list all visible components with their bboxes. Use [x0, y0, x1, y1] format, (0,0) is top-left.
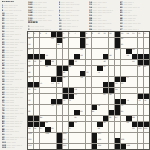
grid-cell[interactable]: 25 — [86, 43, 91, 48]
grid-cell[interactable] — [144, 144, 149, 149]
grid-cell[interactable]: 27 — [28, 49, 33, 54]
grid-cell[interactable] — [34, 133, 39, 138]
grid-cell[interactable] — [97, 38, 102, 43]
grid-cell[interactable] — [80, 66, 85, 71]
grid-cell[interactable] — [80, 60, 85, 65]
grid-cell[interactable] — [138, 82, 143, 87]
grid-cell[interactable] — [103, 138, 108, 143]
grid-cell[interactable]: 29 — [115, 49, 120, 54]
grid-cell[interactable] — [121, 54, 126, 59]
grid-cell[interactable] — [109, 99, 114, 104]
grid-cell[interactable]: 44 — [69, 66, 74, 71]
grid-cell[interactable] — [57, 88, 62, 93]
grid-cell[interactable] — [109, 138, 114, 143]
grid-cell[interactable] — [115, 127, 120, 132]
grid-cell[interactable] — [57, 116, 62, 121]
grid-cell[interactable] — [109, 122, 114, 127]
grid-cell[interactable] — [103, 38, 108, 43]
grid-cell[interactable] — [97, 110, 102, 115]
grid-cell[interactable] — [34, 144, 39, 149]
grid-cell[interactable] — [74, 127, 79, 132]
grid-cell[interactable] — [40, 105, 45, 110]
grid-cell[interactable] — [138, 38, 143, 43]
grid-cell[interactable] — [40, 144, 45, 149]
grid-cell[interactable] — [92, 88, 97, 93]
grid-cell[interactable] — [80, 133, 85, 138]
grid-cell[interactable]: 41 — [132, 60, 137, 65]
grid-cell[interactable] — [40, 88, 45, 93]
grid-cell[interactable]: 72 — [126, 99, 131, 104]
grid-cell[interactable] — [34, 38, 39, 43]
grid-cell[interactable]: 62 — [34, 88, 39, 93]
grid-cell[interactable] — [74, 144, 79, 149]
grid-cell[interactable]: 68 — [109, 94, 114, 99]
grid-cell[interactable] — [57, 60, 62, 65]
grid-cell[interactable] — [51, 49, 56, 54]
grid-cell[interactable] — [138, 105, 143, 110]
grid-cell[interactable] — [126, 82, 131, 87]
grid-cell[interactable]: 94 — [34, 127, 39, 132]
grid-cell[interactable] — [103, 99, 108, 104]
grid-cell[interactable] — [69, 133, 74, 138]
grid-cell[interactable]: 74 — [144, 99, 149, 104]
grid-cell[interactable] — [109, 43, 114, 48]
grid-cell[interactable] — [144, 133, 149, 138]
grid-cell[interactable] — [144, 77, 149, 82]
grid-cell[interactable] — [57, 49, 62, 54]
grid-cell[interactable] — [86, 105, 91, 110]
grid-cell[interactable] — [51, 66, 56, 71]
grid-cell[interactable] — [144, 49, 149, 54]
grid-cell[interactable] — [92, 49, 97, 54]
grid-cell[interactable] — [92, 99, 97, 104]
grid-cell[interactable]: 51 — [97, 71, 102, 76]
grid-cell[interactable]: 81 — [80, 110, 85, 115]
grid-cell[interactable]: 58 — [57, 82, 62, 87]
grid-cell[interactable]: 70 — [63, 99, 68, 104]
grid-cell[interactable] — [63, 54, 68, 59]
grid-cell[interactable]: 38 — [51, 60, 56, 65]
grid-cell[interactable]: 20 — [63, 38, 68, 43]
grid-cell[interactable]: 9 — [92, 32, 97, 37]
grid-cell[interactable] — [92, 82, 97, 87]
grid-cell[interactable] — [121, 66, 126, 71]
grid-cell[interactable]: 111 — [63, 144, 68, 149]
grid-cell[interactable] — [57, 110, 62, 115]
grid-cell[interactable] — [115, 133, 120, 138]
grid-cell[interactable] — [86, 54, 91, 59]
grid-cell[interactable]: 73 — [138, 99, 143, 104]
grid-cell[interactable] — [97, 82, 102, 87]
grid-cell[interactable]: 47 — [144, 66, 149, 71]
grid-cell[interactable]: 95 — [40, 127, 45, 132]
grid-cell[interactable] — [57, 54, 62, 59]
grid-cell[interactable] — [74, 105, 79, 110]
grid-cell[interactable]: 96 — [51, 127, 56, 132]
grid-cell[interactable] — [80, 127, 85, 132]
grid-cell[interactable]: 87 — [115, 116, 120, 121]
grid-cell[interactable] — [86, 116, 91, 121]
grid-cell[interactable] — [138, 88, 143, 93]
grid-cell[interactable] — [86, 94, 91, 99]
grid-cell[interactable] — [109, 133, 114, 138]
grid-cell[interactable]: 113 — [126, 144, 131, 149]
grid-cell[interactable] — [63, 49, 68, 54]
grid-cell[interactable] — [92, 127, 97, 132]
grid-cell[interactable] — [51, 144, 56, 149]
grid-cell[interactable] — [109, 105, 114, 110]
grid-cell[interactable] — [121, 122, 126, 127]
grid-cell[interactable] — [103, 71, 108, 76]
grid-cell[interactable] — [109, 127, 114, 132]
grid-cell[interactable] — [45, 105, 50, 110]
grid-cell[interactable] — [63, 122, 68, 127]
grid-cell[interactable] — [132, 71, 137, 76]
grid-cell[interactable] — [74, 38, 79, 43]
grid-cell[interactable]: 45 — [103, 66, 108, 71]
grid-cell[interactable] — [69, 54, 74, 59]
grid-cell[interactable] — [45, 77, 50, 82]
grid-cell[interactable] — [40, 38, 45, 43]
grid-cell[interactable] — [121, 60, 126, 65]
grid-cell[interactable] — [86, 144, 91, 149]
grid-cell[interactable] — [34, 138, 39, 143]
grid-cell[interactable] — [144, 71, 149, 76]
grid-cell[interactable] — [80, 122, 85, 127]
grid-cell[interactable] — [40, 138, 45, 143]
grid-cell[interactable] — [40, 49, 45, 54]
grid-cell[interactable]: 88 — [132, 116, 137, 121]
grid-cell[interactable] — [144, 116, 149, 121]
grid-cell[interactable]: 54 — [80, 77, 85, 82]
grid-cell[interactable] — [45, 38, 50, 43]
grid-cell[interactable]: 86 — [109, 116, 114, 121]
grid-cell[interactable]: 14 — [126, 32, 131, 37]
grid-cell[interactable]: 37 — [40, 60, 45, 65]
grid-cell[interactable] — [34, 105, 39, 110]
grid-cell[interactable] — [115, 122, 120, 127]
grid-cell[interactable] — [92, 116, 97, 121]
grid-cell[interactable] — [34, 99, 39, 104]
grid-cell[interactable]: 89 — [45, 122, 50, 127]
grid-cell[interactable]: 24 — [57, 43, 62, 48]
grid-cell[interactable] — [69, 138, 74, 143]
grid-cell[interactable] — [34, 66, 39, 71]
grid-cell[interactable]: 11 — [103, 32, 108, 37]
grid-cell[interactable] — [34, 77, 39, 82]
grid-cell[interactable] — [45, 88, 50, 93]
grid-cell[interactable] — [144, 82, 149, 87]
grid-cell[interactable]: 16 — [138, 32, 143, 37]
grid-cell[interactable] — [97, 116, 102, 121]
grid-cell[interactable] — [74, 138, 79, 143]
grid-cell[interactable] — [144, 110, 149, 115]
grid-cell[interactable] — [86, 49, 91, 54]
grid-cell[interactable]: 71 — [69, 99, 74, 104]
grid-cell[interactable]: 33 — [109, 54, 114, 59]
grid-cell[interactable]: 34 — [126, 54, 131, 59]
grid-cell[interactable] — [97, 60, 102, 65]
grid-cell[interactable] — [138, 71, 143, 76]
grid-cell[interactable] — [97, 88, 102, 93]
grid-cell[interactable] — [109, 38, 114, 43]
grid-cell[interactable] — [63, 60, 68, 65]
grid-cell[interactable] — [51, 133, 56, 138]
grid-cell[interactable] — [121, 94, 126, 99]
grid-cell[interactable] — [69, 105, 74, 110]
grid-cell[interactable] — [45, 99, 50, 104]
grid-cell[interactable] — [109, 66, 114, 71]
grid-cell[interactable] — [45, 43, 50, 48]
grid-cell[interactable]: 4 — [45, 32, 50, 37]
grid-cell[interactable]: 6 — [69, 32, 74, 37]
grid-cell[interactable] — [51, 71, 56, 76]
grid-cell[interactable] — [92, 54, 97, 59]
grid-cell[interactable] — [74, 49, 79, 54]
grid-cell[interactable]: 19 — [51, 38, 56, 43]
grid-cell[interactable] — [80, 144, 85, 149]
grid-cell[interactable] — [132, 66, 137, 71]
grid-cell[interactable] — [138, 133, 143, 138]
grid-cell[interactable] — [45, 94, 50, 99]
grid-cell[interactable]: 50 — [86, 71, 91, 76]
grid-cell[interactable] — [132, 99, 137, 104]
grid-cell[interactable]: 55 — [126, 77, 131, 82]
grid-cell[interactable] — [63, 110, 68, 115]
grid-cell[interactable] — [69, 49, 74, 54]
grid-cell[interactable] — [132, 88, 137, 93]
grid-cell[interactable]: 92 — [126, 122, 131, 127]
grid-cell[interactable] — [34, 71, 39, 76]
grid-cell[interactable] — [92, 122, 97, 127]
grid-cell[interactable] — [115, 94, 120, 99]
grid-cell[interactable]: 83 — [121, 110, 126, 115]
grid-cell[interactable] — [115, 66, 120, 71]
grid-cell[interactable]: 67 — [103, 94, 108, 99]
grid-cell[interactable] — [69, 144, 74, 149]
grid-cell[interactable] — [138, 43, 143, 48]
grid-cell[interactable]: 91 — [103, 122, 108, 127]
grid-cell[interactable]: 31 — [45, 54, 50, 59]
grid-cell[interactable] — [34, 94, 39, 99]
grid-cell[interactable] — [80, 99, 85, 104]
grid-cell[interactable] — [121, 88, 126, 93]
grid-cell[interactable] — [132, 82, 137, 87]
grid-cell[interactable] — [86, 60, 91, 65]
grid-cell[interactable] — [97, 49, 102, 54]
grid-cell[interactable] — [126, 60, 131, 65]
grid-cell[interactable] — [69, 77, 74, 82]
grid-cell[interactable] — [138, 110, 143, 115]
grid-cell[interactable] — [92, 77, 97, 82]
grid-cell[interactable] — [74, 66, 79, 71]
grid-cell[interactable] — [126, 110, 131, 115]
grid-cell[interactable] — [138, 116, 143, 121]
grid-cell[interactable] — [86, 99, 91, 104]
grid-cell[interactable]: 82 — [92, 110, 97, 115]
grid-cell[interactable] — [74, 43, 79, 48]
grid-cell[interactable] — [115, 54, 120, 59]
grid-cell[interactable]: 64 — [115, 88, 120, 93]
grid-cell[interactable]: 101 — [144, 127, 149, 132]
grid-cell[interactable] — [144, 88, 149, 93]
grid-cell[interactable]: 78 — [97, 105, 102, 110]
grid-cell[interactable]: 56 — [40, 82, 45, 87]
grid-cell[interactable]: 80 — [28, 110, 33, 115]
grid-cell[interactable] — [69, 116, 74, 121]
grid-cell[interactable] — [132, 94, 137, 99]
grid-cell[interactable] — [109, 71, 114, 76]
grid-cell[interactable] — [74, 71, 79, 76]
grid-cell[interactable] — [86, 138, 91, 143]
grid-cell[interactable] — [80, 82, 85, 87]
grid-cell[interactable] — [74, 133, 79, 138]
grid-cell[interactable]: 30 — [132, 49, 137, 54]
grid-cell[interactable] — [97, 77, 102, 82]
grid-cell[interactable] — [45, 144, 50, 149]
grid-cell[interactable]: 36 — [34, 60, 39, 65]
grid-cell[interactable] — [86, 122, 91, 127]
grid-cell[interactable] — [103, 105, 108, 110]
grid-cell[interactable] — [86, 77, 91, 82]
grid-cell[interactable]: 57 — [51, 82, 56, 87]
grid-cell[interactable] — [132, 105, 137, 110]
grid-cell[interactable] — [103, 133, 108, 138]
grid-cell[interactable]: 46 — [138, 66, 143, 71]
grid-cell[interactable] — [109, 144, 114, 149]
grid-cell[interactable]: 17 — [144, 32, 149, 37]
grid-cell[interactable] — [92, 38, 97, 43]
grid-cell[interactable] — [121, 127, 126, 132]
grid-cell[interactable] — [144, 105, 149, 110]
grid-cell[interactable] — [74, 99, 79, 104]
grid-cell[interactable]: 110 — [28, 144, 33, 149]
grid-cell[interactable] — [92, 66, 97, 71]
grid-cell[interactable] — [115, 60, 120, 65]
grid-cell[interactable] — [57, 127, 62, 132]
grid-cell[interactable] — [40, 133, 45, 138]
grid-cell[interactable] — [103, 77, 108, 82]
grid-cell[interactable] — [80, 138, 85, 143]
grid-cell[interactable]: 32 — [80, 54, 85, 59]
grid-cell[interactable] — [121, 49, 126, 54]
grid-cell[interactable] — [45, 82, 50, 87]
grid-cell[interactable] — [132, 38, 137, 43]
grid-cell[interactable] — [40, 43, 45, 48]
grid-cell[interactable] — [51, 138, 56, 143]
grid-cell[interactable] — [40, 99, 45, 104]
grid-cell[interactable] — [103, 43, 108, 48]
grid-cell[interactable] — [63, 105, 68, 110]
grid-cell[interactable]: 90 — [74, 122, 79, 127]
grid-cell[interactable]: 84 — [40, 116, 45, 121]
grid-cell[interactable] — [86, 127, 91, 132]
grid-cell[interactable] — [34, 43, 39, 48]
grid-cell[interactable] — [51, 43, 56, 48]
grid-cell[interactable] — [40, 71, 45, 76]
grid-cell[interactable] — [109, 60, 114, 65]
grid-cell[interactable]: 52 — [28, 77, 33, 82]
grid-cell[interactable] — [97, 43, 102, 48]
grid-cell[interactable]: 2 — [34, 32, 39, 37]
grid-cell[interactable] — [97, 94, 102, 99]
grid-cell[interactable] — [103, 127, 108, 132]
grid-cell[interactable] — [57, 94, 62, 99]
grid-cell[interactable]: 15 — [132, 32, 137, 37]
grid-cell[interactable] — [86, 82, 91, 87]
grid-cell[interactable] — [80, 88, 85, 93]
grid-cell[interactable] — [132, 77, 137, 82]
grid-cell[interactable] — [103, 49, 108, 54]
grid-cell[interactable]: 10 — [97, 32, 102, 37]
grid-cell[interactable] — [97, 54, 102, 59]
grid-cell[interactable] — [103, 110, 108, 115]
grid-cell[interactable]: 7 — [74, 32, 79, 37]
grid-cell[interactable] — [34, 110, 39, 115]
grid-cell[interactable] — [103, 144, 108, 149]
grid-cell[interactable] — [132, 133, 137, 138]
grid-cell[interactable] — [51, 94, 56, 99]
grid-cell[interactable]: 66 — [74, 94, 79, 99]
grid-cell[interactable] — [126, 43, 131, 48]
grid-cell[interactable] — [45, 138, 50, 143]
grid-cell[interactable] — [40, 94, 45, 99]
grid-cell[interactable] — [144, 138, 149, 143]
grid-cell[interactable]: 26 — [121, 43, 126, 48]
grid-cell[interactable] — [63, 116, 68, 121]
grid-cell[interactable] — [69, 38, 74, 43]
grid-cell[interactable]: 99 — [132, 127, 137, 132]
grid-cell[interactable]: 109 — [121, 138, 126, 143]
grid-cell[interactable] — [126, 105, 131, 110]
grid-cell[interactable] — [57, 122, 62, 127]
grid-cell[interactable] — [115, 71, 120, 76]
grid-cell[interactable] — [138, 144, 143, 149]
grid-cell[interactable] — [126, 38, 131, 43]
grid-cell[interactable] — [126, 127, 131, 132]
grid-cell[interactable] — [92, 71, 97, 76]
grid-cell[interactable] — [45, 71, 50, 76]
grid-cell[interactable] — [109, 77, 114, 82]
grid-cell[interactable] — [45, 110, 50, 115]
grid-cell[interactable] — [121, 116, 126, 121]
grid-cell[interactable]: 3 — [40, 32, 45, 37]
grid-cell[interactable] — [126, 133, 131, 138]
grid-cell[interactable]: 77 — [57, 105, 62, 110]
grid-cell[interactable] — [138, 138, 143, 143]
grid-cell[interactable] — [144, 43, 149, 48]
grid-cell[interactable] — [86, 133, 91, 138]
grid-cell[interactable] — [34, 49, 39, 54]
grid-cell[interactable] — [132, 144, 137, 149]
grid-cell[interactable] — [69, 43, 74, 48]
grid-cell[interactable]: 100 — [138, 127, 143, 132]
grid-cell[interactable] — [132, 138, 137, 143]
grid-cell[interactable] — [92, 94, 97, 99]
grid-cell[interactable] — [80, 94, 85, 99]
grid-cell[interactable]: 112 — [97, 144, 102, 149]
grid-cell[interactable]: 12 — [109, 32, 114, 37]
grid-cell[interactable] — [51, 116, 56, 121]
grid-cell[interactable]: 43 — [45, 66, 50, 71]
grid-cell[interactable] — [40, 66, 45, 71]
grid-cell[interactable] — [121, 71, 126, 76]
grid-cell[interactable]: 103 — [45, 133, 50, 138]
grid-cell[interactable]: 76 — [51, 105, 56, 110]
grid-cell[interactable] — [138, 77, 143, 82]
grid-cell[interactable] — [92, 43, 97, 48]
grid-cell[interactable] — [69, 71, 74, 76]
